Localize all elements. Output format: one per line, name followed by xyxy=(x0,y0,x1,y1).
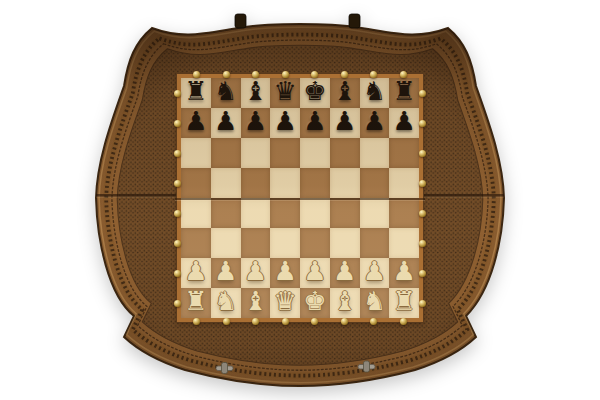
piece-white-bishop: ♝ xyxy=(244,288,267,314)
brass-stud xyxy=(174,300,181,307)
square-d3[interactable] xyxy=(270,228,300,258)
brass-stud xyxy=(193,71,200,78)
square-d6[interactable] xyxy=(270,138,300,168)
square-b4[interactable] xyxy=(211,198,241,228)
square-h4[interactable] xyxy=(389,198,419,228)
brass-stud xyxy=(174,90,181,97)
square-f5[interactable] xyxy=(330,168,360,198)
square-h8[interactable]: ♜ xyxy=(389,78,419,108)
square-e2[interactable]: ♟ xyxy=(300,258,330,288)
square-d7[interactable]: ♟ xyxy=(270,108,300,138)
square-h2[interactable]: ♟ xyxy=(389,258,419,288)
square-g4[interactable] xyxy=(360,198,390,228)
square-a6[interactable] xyxy=(181,138,211,168)
square-f3[interactable] xyxy=(330,228,360,258)
brass-stud xyxy=(223,71,230,78)
square-g8[interactable]: ♞ xyxy=(360,78,390,108)
piece-black-pawn: ♟ xyxy=(392,108,415,134)
brass-stud xyxy=(174,120,181,127)
brass-stud xyxy=(419,240,426,247)
brass-stud xyxy=(223,318,230,325)
square-a7[interactable]: ♟ xyxy=(181,108,211,138)
square-g3[interactable] xyxy=(360,228,390,258)
piece-black-knight: ♞ xyxy=(363,78,386,104)
piece-black-pawn: ♟ xyxy=(363,108,386,134)
piece-black-pawn: ♟ xyxy=(244,108,267,134)
square-a2[interactable]: ♟ xyxy=(181,258,211,288)
piece-black-rook: ♜ xyxy=(392,78,415,104)
square-h5[interactable] xyxy=(389,168,419,198)
brass-stud xyxy=(174,210,181,217)
square-e8[interactable]: ♚ xyxy=(300,78,330,108)
square-c7[interactable]: ♟ xyxy=(241,108,271,138)
square-b8[interactable]: ♞ xyxy=(211,78,241,108)
piece-white-pawn: ♟ xyxy=(392,258,415,284)
square-a4[interactable] xyxy=(181,198,211,228)
brass-stud xyxy=(370,71,377,78)
square-g1[interactable]: ♞ xyxy=(360,288,390,318)
square-f6[interactable] xyxy=(330,138,360,168)
square-d8[interactable]: ♛ xyxy=(270,78,300,108)
piece-black-king: ♚ xyxy=(303,78,326,104)
brass-stud xyxy=(311,71,318,78)
square-d5[interactable] xyxy=(270,168,300,198)
square-a3[interactable] xyxy=(181,228,211,258)
piece-black-bishop: ♝ xyxy=(333,78,356,104)
hinge-left xyxy=(235,14,246,28)
square-d4[interactable] xyxy=(270,198,300,228)
square-c6[interactable] xyxy=(241,138,271,168)
hinge-right xyxy=(349,14,360,28)
brass-stud xyxy=(252,318,259,325)
square-c2[interactable]: ♟ xyxy=(241,258,271,288)
piece-black-bishop: ♝ xyxy=(244,78,267,104)
brass-stud xyxy=(341,71,348,78)
square-e4[interactable] xyxy=(300,198,330,228)
piece-white-pawn: ♟ xyxy=(273,258,296,284)
square-g6[interactable] xyxy=(360,138,390,168)
piece-white-rook: ♜ xyxy=(184,288,207,314)
piece-white-pawn: ♟ xyxy=(244,258,267,284)
square-d1[interactable]: ♛ xyxy=(270,288,300,318)
piece-black-pawn: ♟ xyxy=(184,108,207,134)
brass-stud xyxy=(419,210,426,217)
brass-stud xyxy=(282,71,289,78)
piece-black-pawn: ♟ xyxy=(273,108,296,134)
piece-black-pawn: ♟ xyxy=(214,108,237,134)
square-b6[interactable] xyxy=(211,138,241,168)
brass-stud xyxy=(419,150,426,157)
square-h6[interactable] xyxy=(389,138,419,168)
piece-white-pawn: ♟ xyxy=(303,258,326,284)
square-b2[interactable]: ♟ xyxy=(211,258,241,288)
piece-white-rook: ♜ xyxy=(392,288,415,314)
piece-black-queen: ♛ xyxy=(273,78,296,104)
square-a5[interactable] xyxy=(181,168,211,198)
square-h1[interactable]: ♜ xyxy=(389,288,419,318)
piece-black-rook: ♜ xyxy=(184,78,207,104)
square-f4[interactable] xyxy=(330,198,360,228)
piece-white-knight: ♞ xyxy=(363,288,386,314)
piece-white-king: ♚ xyxy=(303,288,326,314)
square-a8[interactable]: ♜ xyxy=(181,78,211,108)
piece-white-knight: ♞ xyxy=(214,288,237,314)
piece-white-bishop: ♝ xyxy=(333,288,356,314)
piece-black-knight: ♞ xyxy=(214,78,237,104)
square-c5[interactable] xyxy=(241,168,271,198)
piece-white-pawn: ♟ xyxy=(184,258,207,284)
square-a1[interactable]: ♜ xyxy=(181,288,211,318)
brass-stud xyxy=(370,318,377,325)
square-b1[interactable]: ♞ xyxy=(211,288,241,318)
brass-stud xyxy=(282,318,289,325)
brass-stud xyxy=(174,180,181,187)
brass-stud xyxy=(400,71,407,78)
brass-stud xyxy=(419,180,426,187)
piece-black-pawn: ♟ xyxy=(303,108,326,134)
piece-white-pawn: ♟ xyxy=(363,258,386,284)
square-b5[interactable] xyxy=(211,168,241,198)
square-e1[interactable]: ♚ xyxy=(300,288,330,318)
brass-stud xyxy=(311,318,318,325)
brass-stud xyxy=(341,318,348,325)
brass-stud xyxy=(174,150,181,157)
square-d2[interactable]: ♟ xyxy=(270,258,300,288)
brass-stud xyxy=(419,120,426,127)
brass-stud xyxy=(419,300,426,307)
square-c4[interactable] xyxy=(241,198,271,228)
square-e7[interactable]: ♟ xyxy=(300,108,330,138)
square-b3[interactable] xyxy=(211,228,241,258)
brass-stud xyxy=(174,270,181,277)
piece-white-pawn: ♟ xyxy=(333,258,356,284)
brass-stud xyxy=(193,318,200,325)
piece-white-pawn: ♟ xyxy=(214,258,237,284)
square-g7[interactable]: ♟ xyxy=(360,108,390,138)
square-f1[interactable]: ♝ xyxy=(330,288,360,318)
square-f8[interactable]: ♝ xyxy=(330,78,360,108)
square-g5[interactable] xyxy=(360,168,390,198)
square-f2[interactable]: ♟ xyxy=(330,258,360,288)
square-c8[interactable]: ♝ xyxy=(241,78,271,108)
photo-background: ♜♞♝♛♚♝♞♜♟♟♟♟♟♟♟♟♟♟♟♟♟♟♟♟♜♞♝♛♚♝♞♜ xyxy=(0,0,600,400)
square-g2[interactable]: ♟ xyxy=(360,258,390,288)
chess-board: ♜♞♝♛♚♝♞♜♟♟♟♟♟♟♟♟♟♟♟♟♟♟♟♟♜♞♝♛♚♝♞♜ xyxy=(181,78,419,318)
square-h3[interactable] xyxy=(389,228,419,258)
square-e5[interactable] xyxy=(300,168,330,198)
square-f7[interactable]: ♟ xyxy=(330,108,360,138)
square-h7[interactable]: ♟ xyxy=(389,108,419,138)
square-c1[interactable]: ♝ xyxy=(241,288,271,318)
brass-stud xyxy=(252,71,259,78)
square-e3[interactable] xyxy=(300,228,330,258)
board-frame: ♜♞♝♛♚♝♞♜♟♟♟♟♟♟♟♟♟♟♟♟♟♟♟♟♜♞♝♛♚♝♞♜ xyxy=(177,74,423,322)
square-c3[interactable] xyxy=(241,228,271,258)
brass-stud xyxy=(419,270,426,277)
brass-stud xyxy=(400,318,407,325)
piece-black-pawn: ♟ xyxy=(333,108,356,134)
piece-white-queen: ♛ xyxy=(273,288,296,314)
square-b7[interactable]: ♟ xyxy=(211,108,241,138)
brass-stud xyxy=(174,240,181,247)
brass-stud xyxy=(419,90,426,97)
square-e6[interactable] xyxy=(300,138,330,168)
